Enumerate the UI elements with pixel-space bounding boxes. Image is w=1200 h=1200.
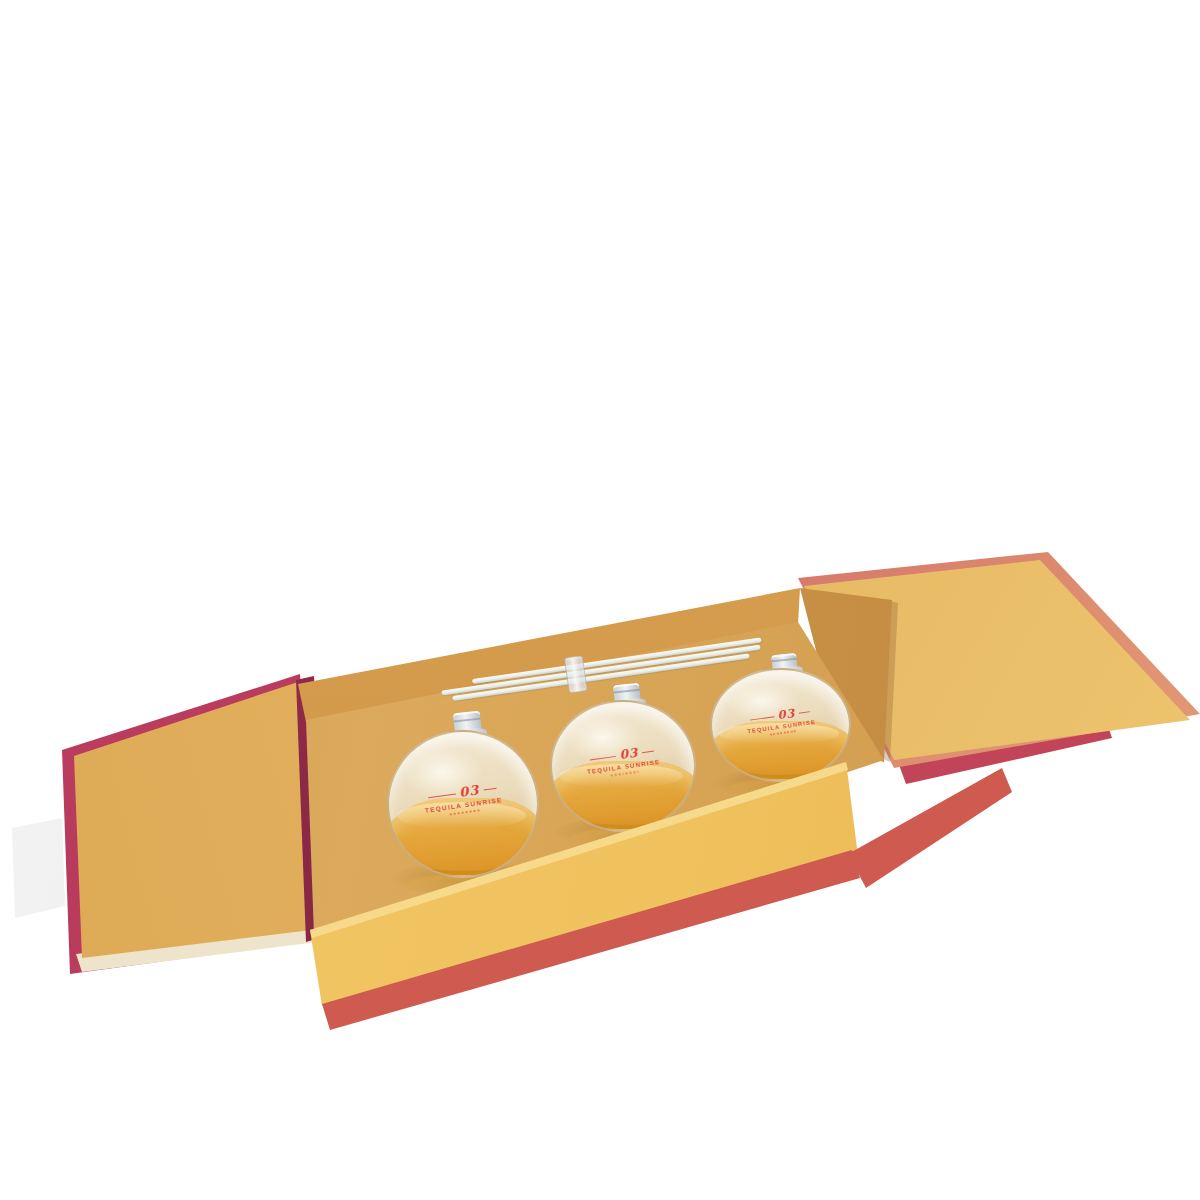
label-rule-right bbox=[642, 750, 654, 753]
right-lid-inner-face bbox=[0, 0, 1200, 1200]
label-rule-left bbox=[590, 756, 616, 761]
label-rule-right bbox=[798, 710, 809, 712]
label-number: 03 bbox=[459, 784, 481, 799]
reed-sticks-band bbox=[564, 655, 588, 693]
label-rule-right bbox=[483, 787, 496, 790]
label-rule-left bbox=[428, 793, 456, 798]
label-rule-left bbox=[749, 716, 774, 720]
bottle-glass: 03 TEQUILA SUNRISE bbox=[550, 700, 696, 832]
bottle-3: 03 TEQUILA SUNRISE bbox=[710, 668, 851, 782]
gift-box-scene: 03 TEQUILA SUNRISE 03 TEQUILA SUNRISE bbox=[0, 0, 1200, 1200]
bottle-2: 03 TEQUILA SUNRISE bbox=[550, 700, 696, 832]
label-number: 03 bbox=[777, 708, 796, 721]
bottle-1: 03 TEQUILA SUNRISE bbox=[387, 730, 539, 878]
bottle-glass: 03 TEQUILA SUNRISE bbox=[710, 668, 851, 782]
bottle-glass: 03 TEQUILA SUNRISE bbox=[387, 730, 539, 878]
label-number: 03 bbox=[619, 747, 639, 761]
